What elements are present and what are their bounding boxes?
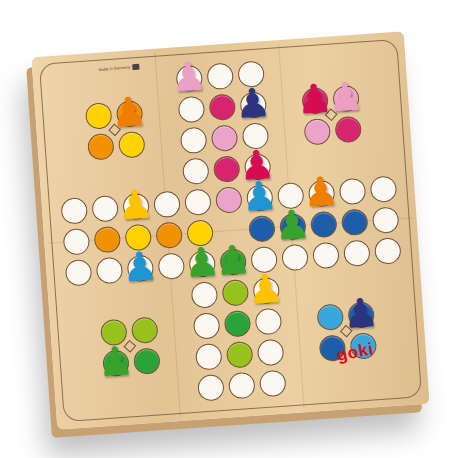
light-green-circle[interactable] bbox=[225, 340, 253, 368]
cell-r10c4 bbox=[194, 371, 227, 404]
cell-r8c0 bbox=[66, 318, 99, 351]
light-pink-circle[interactable] bbox=[214, 186, 242, 214]
cell-r9c4 bbox=[192, 340, 225, 373]
orange-circle[interactable] bbox=[93, 225, 121, 253]
white-track-circle[interactable] bbox=[369, 175, 397, 203]
cell-r0c7 bbox=[265, 55, 298, 88]
pawn-skyblue-13[interactable]: ♟ bbox=[121, 245, 160, 287]
cell-r5c9 bbox=[338, 205, 371, 238]
white-track-circle[interactable] bbox=[206, 62, 234, 90]
green-circle[interactable] bbox=[223, 309, 251, 337]
cell-r3c3 bbox=[148, 156, 181, 189]
white-track-circle[interactable] bbox=[181, 157, 209, 185]
cell-r2c10 bbox=[362, 110, 395, 143]
pawn-yellow-12[interactable]: ♟ bbox=[116, 183, 155, 225]
cell-r2c4 bbox=[177, 123, 210, 156]
white-track-circle[interactable] bbox=[258, 369, 286, 397]
light-green-circle[interactable] bbox=[130, 316, 158, 344]
cell-r10c3 bbox=[163, 373, 196, 406]
white-track-circle[interactable] bbox=[194, 342, 222, 370]
cell-r3c4 bbox=[179, 154, 212, 187]
cell-r10c5 bbox=[225, 369, 258, 402]
pawn-navy-14[interactable]: ♟ bbox=[341, 292, 380, 334]
light-blue-circle[interactable] bbox=[316, 303, 344, 331]
cell-r4c6: ♟ bbox=[243, 181, 276, 214]
white-track-circle[interactable] bbox=[184, 188, 212, 216]
cell-r7c8 bbox=[311, 269, 344, 302]
white-track-circle[interactable] bbox=[256, 338, 284, 366]
cell-r0c0 bbox=[49, 70, 82, 103]
white-track-circle[interactable] bbox=[371, 206, 399, 234]
cell-r8c7 bbox=[282, 302, 315, 335]
cell-r10c10 bbox=[379, 358, 412, 391]
cell-r9c10 bbox=[377, 327, 410, 360]
cell-r1c6: ♟ bbox=[236, 88, 269, 121]
cell-r9c7 bbox=[284, 333, 317, 366]
pawn-pink-2[interactable]: ♟ bbox=[169, 55, 208, 97]
cell-r5c0 bbox=[59, 225, 92, 258]
white-track-circle[interactable] bbox=[227, 371, 255, 399]
pawn-pink-4[interactable]: ♟ bbox=[326, 75, 365, 117]
white-track-circle[interactable] bbox=[91, 194, 119, 222]
cell-r9c1: ♟ bbox=[99, 346, 132, 379]
cell-r8c10 bbox=[375, 296, 408, 329]
cell-r2c3 bbox=[146, 126, 179, 159]
cell-r4c10 bbox=[366, 172, 399, 205]
cell-r3c0 bbox=[55, 163, 88, 196]
cell-r4c2: ♟ bbox=[119, 190, 152, 223]
cell-r1c9: ♟ bbox=[329, 82, 362, 115]
magenta-circle[interactable] bbox=[212, 155, 240, 183]
pawn-green-16[interactable]: ♟ bbox=[96, 340, 135, 382]
dark-blue-circle[interactable] bbox=[340, 208, 368, 236]
white-track-circle[interactable] bbox=[64, 258, 92, 286]
cell-r2c0 bbox=[53, 132, 86, 165]
cell-r6c0 bbox=[61, 256, 94, 289]
pawn-green-9[interactable]: ♟ bbox=[273, 203, 312, 245]
white-track-circle[interactable] bbox=[95, 256, 123, 284]
cell-r1c10 bbox=[360, 79, 393, 112]
light-pink-circle[interactable] bbox=[210, 124, 238, 152]
cell-r7c6: ♟ bbox=[249, 274, 282, 307]
cell-r1c2: ♟ bbox=[113, 97, 146, 130]
cell-r4c3 bbox=[150, 187, 183, 220]
white-track-circle[interactable] bbox=[62, 227, 90, 255]
white-track-circle[interactable] bbox=[373, 237, 401, 265]
white-track-circle[interactable] bbox=[157, 252, 185, 280]
stamp-logo-icon bbox=[132, 64, 139, 71]
cell-r8c2 bbox=[128, 313, 161, 346]
cell-r8c9: ♟ bbox=[344, 298, 377, 331]
cell-r6c2: ♟ bbox=[123, 251, 156, 284]
ludo-board: ♟♟♟♟♟♟♟♟♟♟♟♟♟♟♟♟ Made in Germany goki bbox=[31, 31, 429, 429]
cell-r10c2 bbox=[132, 375, 165, 408]
green-circle[interactable] bbox=[133, 347, 161, 375]
cell-r3c7 bbox=[271, 148, 304, 181]
white-track-circle[interactable] bbox=[338, 177, 366, 205]
cell-r5c3 bbox=[152, 218, 185, 251]
cell-r9c3 bbox=[161, 342, 194, 375]
cell-r0c4: ♟ bbox=[172, 61, 205, 94]
cell-r6c8 bbox=[309, 238, 342, 271]
cell-r5c10 bbox=[369, 203, 402, 236]
cell-r6c5: ♟ bbox=[216, 245, 249, 278]
cell-r7c7 bbox=[280, 271, 313, 304]
product-photo-scene: ♟♟♟♟♟♟♟♟♟♟♟♟♟♟♟♟ Made in Germany goki bbox=[0, 0, 458, 458]
white-track-circle[interactable] bbox=[192, 312, 220, 340]
white-track-circle[interactable] bbox=[197, 373, 225, 401]
cell-r8c4 bbox=[190, 309, 223, 342]
cell-r10c6 bbox=[256, 366, 289, 399]
cell-r10c7 bbox=[287, 364, 320, 397]
cell-r4c8: ♟ bbox=[305, 177, 338, 210]
magenta-circle[interactable] bbox=[208, 93, 236, 121]
cell-r6c10 bbox=[371, 234, 404, 267]
cell-r4c4 bbox=[181, 185, 214, 218]
cell-r4c9 bbox=[335, 174, 368, 207]
cell-r3c9 bbox=[333, 143, 366, 176]
orange-circle[interactable] bbox=[155, 221, 183, 249]
cell-r9c2 bbox=[130, 344, 163, 377]
cell-r1c0 bbox=[51, 101, 84, 134]
cell-r6c9 bbox=[340, 236, 373, 269]
white-track-circle[interactable] bbox=[312, 241, 340, 269]
cell-r0c1 bbox=[79, 68, 112, 101]
cell-r5c7: ♟ bbox=[276, 210, 309, 243]
white-track-circle[interactable] bbox=[179, 126, 207, 154]
cell-r9c5 bbox=[223, 338, 256, 371]
orange-circle[interactable] bbox=[86, 133, 114, 161]
cell-r10c8 bbox=[318, 362, 351, 395]
pawn-orange-1[interactable]: ♟ bbox=[110, 91, 149, 133]
cell-r3c10 bbox=[364, 141, 397, 174]
white-track-circle[interactable] bbox=[60, 197, 88, 225]
pawn-navy-5[interactable]: ♟ bbox=[233, 82, 272, 124]
cell-r7c10 bbox=[373, 265, 406, 298]
cell-r0c10 bbox=[358, 49, 391, 82]
cell-r0c5 bbox=[203, 59, 236, 92]
cell-r3c1 bbox=[86, 161, 119, 194]
cell-r7c0 bbox=[64, 287, 97, 320]
cell-r10c9 bbox=[348, 360, 381, 393]
cell-r4c0 bbox=[57, 194, 90, 227]
white-track-circle[interactable] bbox=[153, 190, 181, 218]
cell-r9c6 bbox=[254, 335, 287, 368]
white-track-circle[interactable] bbox=[342, 239, 370, 267]
yellow-circle[interactable] bbox=[84, 102, 112, 130]
cell-r8c3 bbox=[159, 311, 192, 344]
pawn-yellow-15[interactable]: ♟ bbox=[246, 267, 285, 309]
